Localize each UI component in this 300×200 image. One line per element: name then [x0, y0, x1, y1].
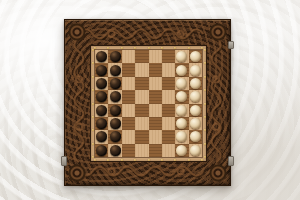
brass-pin — [121, 159, 123, 161]
brass-pin — [161, 47, 163, 49]
brass-pin — [92, 103, 94, 105]
corner-medallion-bottom-left — [67, 163, 87, 183]
brass-pin — [107, 159, 109, 161]
brass-pin-border — [91, 46, 206, 161]
brass-pin — [92, 129, 94, 131]
brass-pin — [204, 76, 206, 78]
brass-pin — [204, 116, 206, 118]
brass-pin — [204, 129, 206, 131]
brass-pin — [201, 159, 203, 161]
brass-pin — [92, 89, 94, 91]
brass-pin — [134, 159, 136, 161]
brass-pin — [201, 47, 203, 49]
brass-pin — [92, 62, 94, 64]
brass-pin — [148, 159, 150, 161]
brass-pin — [188, 159, 190, 161]
brass-pin — [204, 49, 206, 51]
brass-pin — [148, 47, 150, 49]
brass-pin — [161, 159, 163, 161]
photo-scene — [0, 0, 300, 200]
brass-pin — [204, 156, 206, 158]
brass-pin — [92, 143, 94, 145]
corner-medallion-top-right — [208, 22, 228, 42]
brass-pin — [188, 47, 190, 49]
brass-pin — [121, 47, 123, 49]
hinge-right — [228, 156, 234, 166]
brass-pin — [92, 116, 94, 118]
brass-pin — [174, 47, 176, 49]
brass-pin — [134, 47, 136, 49]
latch-right-top — [228, 41, 234, 49]
playing-field — [91, 46, 206, 161]
hinge-left — [61, 156, 67, 166]
brass-pin — [204, 62, 206, 64]
brass-pin — [94, 159, 96, 161]
brass-pin — [92, 49, 94, 51]
corner-medallion-top-left — [67, 22, 87, 42]
brass-pin — [92, 76, 94, 78]
carved-chess-board — [64, 19, 231, 186]
brass-pin — [94, 47, 96, 49]
brass-pin — [174, 159, 176, 161]
brass-pin — [204, 143, 206, 145]
corner-medallion-bottom-right — [208, 163, 228, 183]
brass-pin — [92, 156, 94, 158]
brass-pin — [204, 89, 206, 91]
brass-pin — [107, 47, 109, 49]
brass-pin — [204, 103, 206, 105]
